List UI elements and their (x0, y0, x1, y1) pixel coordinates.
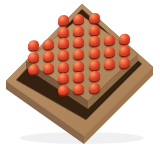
red-peg[interactable] (73, 37, 84, 48)
red-peg[interactable] (119, 34, 130, 45)
red-peg[interactable] (73, 72, 84, 83)
red-peg[interactable] (58, 15, 69, 26)
solitaire-board-grid (26, 9, 132, 98)
red-peg[interactable] (73, 49, 84, 60)
red-peg[interactable] (28, 40, 39, 51)
red-peg[interactable] (58, 85, 69, 96)
red-peg[interactable] (104, 35, 115, 46)
red-peg[interactable] (73, 84, 84, 95)
red-peg[interactable] (43, 51, 54, 62)
product-photo-stage (0, 0, 160, 147)
red-peg[interactable] (58, 50, 69, 61)
board-cell-r4c1[interactable] (41, 61, 56, 74)
red-peg[interactable] (28, 63, 39, 74)
board-cell-r6c3[interactable] (71, 83, 86, 96)
red-peg[interactable] (89, 59, 100, 70)
board-cell-r6c4[interactable] (87, 82, 102, 95)
red-peg[interactable] (89, 48, 100, 59)
red-peg[interactable] (89, 71, 100, 82)
red-peg[interactable] (58, 38, 69, 49)
red-peg[interactable] (73, 25, 84, 36)
red-peg[interactable] (89, 83, 100, 94)
red-peg[interactable] (119, 57, 130, 68)
red-peg[interactable] (89, 36, 100, 47)
red-peg[interactable] (89, 12, 100, 23)
red-peg[interactable] (58, 61, 69, 72)
red-peg[interactable] (43, 62, 54, 73)
board-cell-r4c6[interactable] (117, 56, 132, 69)
red-peg[interactable] (104, 46, 115, 57)
red-peg[interactable] (28, 52, 39, 63)
red-peg[interactable] (73, 13, 84, 24)
red-peg[interactable] (104, 58, 115, 69)
board-cell-r6c2[interactable] (56, 84, 71, 97)
red-peg[interactable] (119, 45, 130, 56)
red-peg[interactable] (73, 60, 84, 71)
red-peg[interactable] (58, 26, 69, 37)
red-peg[interactable] (43, 39, 54, 50)
red-peg[interactable] (89, 24, 100, 35)
board-cell-r4c0[interactable] (26, 62, 41, 75)
board-cell-r4c5[interactable] (102, 57, 117, 70)
red-peg[interactable] (58, 73, 69, 84)
